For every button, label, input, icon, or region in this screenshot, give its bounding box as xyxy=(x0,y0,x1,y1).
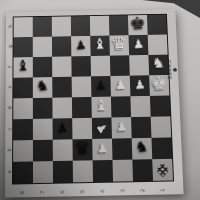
white-bishop-e4: ♝ xyxy=(94,98,109,114)
photo-scene: hgfedcba 87654321 ♚♟♝♛♟♝♞♞♟♟♟♚♝♟♟♟♛♟♞ ● … xyxy=(0,0,200,200)
square-f2 xyxy=(112,138,132,160)
square-f7: ♛ xyxy=(109,35,129,55)
square-d6 xyxy=(71,56,91,77)
square-h1 xyxy=(152,159,173,181)
black-queen-d2: ♛ xyxy=(73,138,91,158)
square-c1 xyxy=(53,161,73,183)
square-g7: ♟ xyxy=(129,35,149,55)
square-e6 xyxy=(91,56,111,77)
square-d2: ♛ xyxy=(72,139,92,161)
black-pawn-d7: ♟ xyxy=(75,39,87,52)
square-a5 xyxy=(13,77,33,98)
black-pawn-e5: ♟ xyxy=(95,79,107,92)
square-a4 xyxy=(13,98,33,119)
bottom-label-7: 7 xyxy=(39,182,44,200)
square-d5 xyxy=(72,76,92,97)
square-g2: ♞ xyxy=(132,138,153,160)
square-e3: ♟ xyxy=(92,117,112,138)
white-pawn-f3: ♟ xyxy=(115,120,127,133)
square-e4: ♝ xyxy=(91,97,111,118)
chess-mat: hgfedcba 87654321 ♚♟♝♛♟♝♞♞♟♟♟♚♝♟♟♟♛♟♞ ● … xyxy=(5,9,184,197)
square-e8 xyxy=(90,16,110,36)
bottom-label-1: 1 xyxy=(160,180,166,200)
square-c2 xyxy=(53,139,73,161)
square-a1 xyxy=(13,161,33,183)
square-b2 xyxy=(33,140,53,162)
square-a8 xyxy=(14,17,33,37)
bottom-label-5: 5 xyxy=(80,182,85,200)
square-c7 xyxy=(52,36,71,56)
white-pawn-g5: ♟ xyxy=(134,78,146,91)
square-d8 xyxy=(71,16,90,36)
file-labels-bottom: 87654321 xyxy=(12,186,173,196)
bottom-label-2: 2 xyxy=(140,181,146,200)
bottom-label-4: 4 xyxy=(100,181,105,200)
square-b1 xyxy=(33,161,53,183)
black-bishop-a6: ♝ xyxy=(16,58,31,74)
square-c5 xyxy=(52,77,72,98)
square-c6 xyxy=(52,56,72,77)
bottom-label-8: 8 xyxy=(19,183,24,200)
square-f5: ♟ xyxy=(110,76,130,97)
square-c3: ♟ xyxy=(53,118,73,140)
square-b4 xyxy=(33,98,53,119)
square-b5: ♞ xyxy=(33,77,53,98)
square-c8 xyxy=(52,16,71,36)
white-pawn-e2: ♟ xyxy=(96,141,108,154)
square-g8: ♚ xyxy=(128,15,148,35)
square-f1 xyxy=(112,160,133,182)
corner-ornament-icon xyxy=(156,162,170,177)
square-e5: ♟ xyxy=(91,76,111,97)
square-h2 xyxy=(151,137,172,159)
square-a2 xyxy=(13,140,33,162)
square-h7 xyxy=(148,35,168,55)
square-d1 xyxy=(73,160,93,182)
square-a6: ♝ xyxy=(13,57,32,78)
square-e1 xyxy=(93,160,113,182)
bottom-label-6: 6 xyxy=(60,182,65,200)
black-knight-b5: ♞ xyxy=(36,79,50,94)
square-f4 xyxy=(111,96,131,117)
white-pawn-f5: ♟ xyxy=(114,78,126,91)
square-h8 xyxy=(147,15,167,35)
square-b6 xyxy=(33,57,52,78)
square-d7: ♟ xyxy=(71,36,91,56)
white-pawn-e3: ♟ xyxy=(94,121,110,136)
square-c4 xyxy=(52,97,72,118)
brand-label: CHESS xyxy=(166,60,173,80)
brand-text: ● CHESS xyxy=(168,60,179,80)
square-g6 xyxy=(129,55,149,76)
brand-logo-icon: ● xyxy=(172,60,179,79)
square-a3 xyxy=(13,119,33,141)
white-king-h5: ♚ xyxy=(150,74,168,93)
square-f6 xyxy=(110,55,130,76)
square-b7 xyxy=(33,37,52,57)
square-g4 xyxy=(130,96,150,117)
board-frame: ♚♟♝♛♟♝♞♞♟♟♟♚♝♟♟♟♛♟♞ xyxy=(12,14,174,185)
white-bishop-e7: ♝ xyxy=(93,37,108,53)
square-g1 xyxy=(132,159,153,181)
chess-board: ♚♟♝♛♟♝♞♞♟♟♟♚♝♟♟♟♛♟♞ xyxy=(13,15,173,184)
square-g3 xyxy=(131,117,151,138)
black-king-g8: ♚ xyxy=(129,14,147,32)
square-h4 xyxy=(150,96,170,117)
white-queen-f7: ♛ xyxy=(110,34,128,52)
square-b3 xyxy=(33,119,53,141)
square-e2: ♟ xyxy=(92,139,112,161)
black-knight-g2: ♞ xyxy=(135,140,150,155)
square-a7 xyxy=(14,37,33,57)
square-e7: ♝ xyxy=(90,36,110,56)
square-f3: ♟ xyxy=(111,117,131,138)
square-d4 xyxy=(72,97,92,118)
square-h5: ♚ xyxy=(149,75,169,96)
square-b8 xyxy=(33,17,52,37)
bottom-label-3: 3 xyxy=(120,181,126,200)
square-h3 xyxy=(151,116,172,137)
white-pawn-g7: ♟ xyxy=(132,38,144,51)
black-pawn-c3: ♟ xyxy=(56,121,68,134)
square-g5: ♟ xyxy=(130,75,150,96)
white-knight-h6: ♞ xyxy=(151,56,165,71)
